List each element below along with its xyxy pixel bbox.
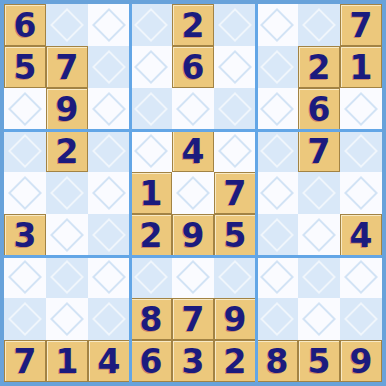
cell-r3c7[interactable]: [256, 88, 298, 130]
diamond-icon: [92, 92, 126, 126]
cell-r7c2[interactable]: [46, 256, 88, 298]
diamond-icon: [92, 8, 126, 42]
cell-r5c7[interactable]: [256, 172, 298, 214]
diamond-icon: [92, 176, 126, 210]
cell-r7c3[interactable]: [88, 256, 130, 298]
cell-r7c8[interactable]: [298, 256, 340, 298]
diamond-icon: [260, 50, 294, 84]
diamond-icon: [92, 50, 126, 84]
diamond-icon: [344, 134, 378, 168]
cell-r6c6[interactable]: 5: [214, 214, 256, 256]
cell-r6c8[interactable]: [298, 214, 340, 256]
cell-r3c2[interactable]: 9: [46, 88, 88, 130]
diamond-icon: [302, 260, 336, 294]
diamond-icon: [260, 302, 294, 336]
cell-r7c1[interactable]: [4, 256, 46, 298]
cell-r4c3[interactable]: [88, 130, 130, 172]
diamond-icon: [260, 176, 294, 210]
cell-r5c2[interactable]: [46, 172, 88, 214]
cell-r5c1[interactable]: [4, 172, 46, 214]
cell-r7c9[interactable]: [340, 256, 382, 298]
cell-r4c5[interactable]: 4: [172, 130, 214, 172]
diamond-icon: [8, 134, 42, 168]
cell-r1c4[interactable]: [130, 4, 172, 46]
diamond-icon: [260, 260, 294, 294]
cell-r9c1[interactable]: 7: [4, 340, 46, 382]
cell-r3c1[interactable]: [4, 88, 46, 130]
diamond-icon: [302, 302, 336, 336]
cell-r1c6[interactable]: [214, 4, 256, 46]
cell-r7c7[interactable]: [256, 256, 298, 298]
diamond-icon: [92, 218, 126, 252]
cell-r7c6[interactable]: [214, 256, 256, 298]
diamond-icon: [176, 260, 210, 294]
diamond-icon: [344, 176, 378, 210]
cell-r7c4[interactable]: [130, 256, 172, 298]
diamond-icon: [260, 134, 294, 168]
cell-r6c5[interactable]: 9: [172, 214, 214, 256]
cell-r7c5[interactable]: [172, 256, 214, 298]
diamond-icon: [260, 8, 294, 42]
diamond-icon: [176, 176, 210, 210]
diamond-icon: [134, 134, 168, 168]
cell-r2c3[interactable]: [88, 46, 130, 88]
cell-r2c6[interactable]: [214, 46, 256, 88]
diamond-icon: [134, 50, 168, 84]
cell-r3c8[interactable]: 6: [298, 88, 340, 130]
cell-r4c2[interactable]: 2: [46, 130, 88, 172]
cell-r6c2[interactable]: [46, 214, 88, 256]
cell-r4c6[interactable]: [214, 130, 256, 172]
diamond-icon: [302, 218, 336, 252]
cell-r6c9[interactable]: 4: [340, 214, 382, 256]
diamond-icon: [176, 92, 210, 126]
cell-r3c6[interactable]: [214, 88, 256, 130]
cell-r5c9[interactable]: [340, 172, 382, 214]
cell-r6c4[interactable]: 2: [130, 214, 172, 256]
diamond-icon: [8, 302, 42, 336]
cell-r8c5[interactable]: 7: [172, 298, 214, 340]
diamond-icon: [50, 260, 84, 294]
cell-r9c9[interactable]: 9: [340, 340, 382, 382]
sudoku-board: 62757621962471732954879714632859: [0, 0, 386, 386]
diamond-icon: [344, 92, 378, 126]
diamond-icon: [50, 218, 84, 252]
cell-r5c3[interactable]: [88, 172, 130, 214]
cell-r8c7[interactable]: [256, 298, 298, 340]
diamond-icon: [344, 260, 378, 294]
cell-r2c7[interactable]: [256, 46, 298, 88]
diamond-icon: [344, 302, 378, 336]
cell-r2c2[interactable]: 7: [46, 46, 88, 88]
cell-r5c8[interactable]: [298, 172, 340, 214]
diamond-icon: [8, 260, 42, 294]
cell-r4c4[interactable]: [130, 130, 172, 172]
diamond-icon: [218, 50, 252, 84]
cell-r8c3[interactable]: [88, 298, 130, 340]
cell-r1c8[interactable]: [298, 4, 340, 46]
cell-r1c9[interactable]: 7: [340, 4, 382, 46]
cell-r9c8[interactable]: 5: [298, 340, 340, 382]
diamond-icon: [260, 92, 294, 126]
diamond-icon: [134, 8, 168, 42]
diamond-icon: [218, 260, 252, 294]
cell-r9c5[interactable]: 3: [172, 340, 214, 382]
cell-r8c1[interactable]: [4, 298, 46, 340]
cell-r4c7[interactable]: [256, 130, 298, 172]
cell-r6c3[interactable]: [88, 214, 130, 256]
cell-r9c3[interactable]: 4: [88, 340, 130, 382]
cell-r8c4[interactable]: 8: [130, 298, 172, 340]
cell-r5c5[interactable]: [172, 172, 214, 214]
cell-r4c8[interactable]: 7: [298, 130, 340, 172]
cell-r9c2[interactable]: 1: [46, 340, 88, 382]
diamond-icon: [218, 8, 252, 42]
diamond-icon: [218, 92, 252, 126]
cell-r6c1[interactable]: 3: [4, 214, 46, 256]
cell-r2c4[interactable]: [130, 46, 172, 88]
diamond-icon: [302, 176, 336, 210]
diamond-icon: [92, 302, 126, 336]
cell-r9c4[interactable]: 6: [130, 340, 172, 382]
cell-r1c2[interactable]: [46, 4, 88, 46]
cell-r6c7[interactable]: [256, 214, 298, 256]
diamond-icon: [260, 218, 294, 252]
cell-r1c3[interactable]: [88, 4, 130, 46]
diamond-icon: [50, 176, 84, 210]
cell-r8c2[interactable]: [46, 298, 88, 340]
diamond-icon: [50, 302, 84, 336]
diamond-icon: [134, 260, 168, 294]
cell-r5c6[interactable]: 7: [214, 172, 256, 214]
diamond-icon: [218, 134, 252, 168]
diamond-icon: [8, 176, 42, 210]
cell-r2c5[interactable]: 6: [172, 46, 214, 88]
cell-r1c7[interactable]: [256, 4, 298, 46]
cell-r3c3[interactable]: [88, 88, 130, 130]
diamond-icon: [134, 92, 168, 126]
sudoku-grid: 62757621962471732954879714632859: [4, 4, 382, 382]
cell-r8c8[interactable]: [298, 298, 340, 340]
cell-r1c1[interactable]: 6: [4, 4, 46, 46]
diamond-icon: [8, 92, 42, 126]
cell-r4c1[interactable]: [4, 130, 46, 172]
cell-r1c5[interactable]: 2: [172, 4, 214, 46]
cell-r4c9[interactable]: [340, 130, 382, 172]
cell-r5c4[interactable]: 1: [130, 172, 172, 214]
cell-r8c9[interactable]: [340, 298, 382, 340]
cell-r9c6[interactable]: 2: [214, 340, 256, 382]
cell-r3c9[interactable]: [340, 88, 382, 130]
cell-r3c4[interactable]: [130, 88, 172, 130]
cell-r3c5[interactable]: [172, 88, 214, 130]
diamond-icon: [92, 134, 126, 168]
diamond-icon: [302, 8, 336, 42]
cell-r2c8[interactable]: 2: [298, 46, 340, 88]
cell-r2c1[interactable]: 5: [4, 46, 46, 88]
cell-r2c9[interactable]: 1: [340, 46, 382, 88]
diamond-icon: [92, 260, 126, 294]
cell-r8c6[interactable]: 9: [214, 298, 256, 340]
diamond-icon: [50, 8, 84, 42]
cell-r9c7[interactable]: 8: [256, 340, 298, 382]
